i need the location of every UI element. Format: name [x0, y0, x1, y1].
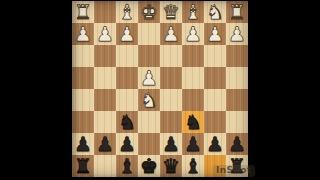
square-f3[interactable]	[116, 45, 138, 67]
square-h8[interactable]: ♜	[72, 155, 94, 177]
square-d5[interactable]	[160, 89, 182, 111]
square-a5[interactable]	[226, 89, 248, 111]
white-rook[interactable]: ♜	[74, 1, 92, 23]
square-g3[interactable]	[94, 45, 116, 67]
square-c8[interactable]: ♝	[182, 155, 204, 177]
white-bishop[interactable]: ♝	[118, 1, 136, 23]
square-a7[interactable]: ♟	[226, 133, 248, 155]
square-f1[interactable]: ♝	[116, 1, 138, 23]
square-a3[interactable]	[226, 45, 248, 67]
black-pawn[interactable]: ♟	[228, 133, 246, 155]
black-pawn[interactable]: ♟	[162, 133, 180, 155]
square-b3[interactable]	[204, 45, 226, 67]
square-d6[interactable]	[160, 111, 182, 133]
square-d3[interactable]	[160, 45, 182, 67]
white-queen[interactable]: ♛	[162, 1, 180, 23]
square-c1[interactable]: ♝	[182, 1, 204, 23]
black-pawn[interactable]: ♟	[96, 133, 114, 155]
square-f5[interactable]	[116, 89, 138, 111]
square-g6[interactable]	[94, 111, 116, 133]
square-c7[interactable]: ♟	[182, 133, 204, 155]
black-rook[interactable]: ♜	[74, 155, 92, 177]
black-knight[interactable]: ♞	[118, 111, 136, 133]
square-h1[interactable]: ♜	[72, 1, 94, 23]
square-e1[interactable]: ♚	[138, 1, 160, 23]
white-pawn[interactable]: ♟	[184, 23, 202, 45]
square-d2[interactable]: ♟	[160, 23, 182, 45]
square-c5[interactable]	[182, 89, 204, 111]
white-pawn[interactable]: ♟	[206, 23, 224, 45]
white-king[interactable]: ♚	[140, 1, 158, 23]
square-h3[interactable]	[72, 45, 94, 67]
square-h6[interactable]	[72, 111, 94, 133]
black-pawn[interactable]: ♟	[74, 133, 92, 155]
square-e3[interactable]	[138, 45, 160, 67]
square-c6[interactable]: ♞	[182, 111, 204, 133]
square-f6[interactable]: ♞	[116, 111, 138, 133]
square-f2[interactable]: ♟	[116, 23, 138, 45]
square-g1[interactable]	[94, 1, 116, 23]
black-knight[interactable]: ♞	[184, 111, 202, 133]
square-h5[interactable]	[72, 89, 94, 111]
square-e2[interactable]	[138, 23, 160, 45]
square-g7[interactable]: ♟	[94, 133, 116, 155]
square-f7[interactable]: ♟	[116, 133, 138, 155]
square-b5[interactable]	[204, 89, 226, 111]
black-rook[interactable]: ♜	[228, 155, 246, 177]
black-pawn[interactable]: ♟	[206, 133, 224, 155]
video-frame: ♜♝♚♛♝♞♜♟♟♟♟♟♟♟♟♞♞♞♟♟♟♟♟♟♟♜♝♚♛♝♜ InShot	[0, 0, 320, 180]
square-f8[interactable]: ♝	[116, 155, 138, 177]
square-e5[interactable]: ♞	[138, 89, 160, 111]
square-a1[interactable]: ♜	[226, 1, 248, 23]
black-bishop[interactable]: ♝	[184, 155, 202, 177]
square-b6[interactable]	[204, 111, 226, 133]
black-king[interactable]: ♚	[140, 155, 158, 177]
square-g8[interactable]	[94, 155, 116, 177]
black-pawn[interactable]: ♟	[118, 133, 136, 155]
white-pawn[interactable]: ♟	[96, 23, 114, 45]
white-pawn[interactable]: ♟	[118, 23, 136, 45]
square-b1[interactable]: ♞	[204, 1, 226, 23]
square-e4[interactable]: ♟	[138, 67, 160, 89]
square-g2[interactable]: ♟	[94, 23, 116, 45]
square-b8[interactable]	[204, 155, 226, 177]
square-h7[interactable]: ♟	[72, 133, 94, 155]
square-a6[interactable]	[226, 111, 248, 133]
square-b7[interactable]: ♟	[204, 133, 226, 155]
white-pawn[interactable]: ♟	[162, 23, 180, 45]
square-e8[interactable]: ♚	[138, 155, 160, 177]
square-g5[interactable]	[94, 89, 116, 111]
square-d4[interactable]	[160, 67, 182, 89]
black-bishop[interactable]: ♝	[118, 155, 136, 177]
square-b4[interactable]	[204, 67, 226, 89]
square-d8[interactable]: ♛	[160, 155, 182, 177]
square-d7[interactable]: ♟	[160, 133, 182, 155]
square-f4[interactable]	[116, 67, 138, 89]
white-pawn[interactable]: ♟	[140, 67, 158, 89]
square-c4[interactable]	[182, 67, 204, 89]
square-c2[interactable]: ♟	[182, 23, 204, 45]
white-knight[interactable]: ♞	[206, 1, 224, 23]
square-e6[interactable]	[138, 111, 160, 133]
black-queen[interactable]: ♛	[162, 155, 180, 177]
square-a8[interactable]: ♜	[226, 155, 248, 177]
white-pawn[interactable]: ♟	[228, 23, 246, 45]
square-c3[interactable]	[182, 45, 204, 67]
white-bishop[interactable]: ♝	[184, 1, 202, 23]
square-d1[interactable]: ♛	[160, 1, 182, 23]
square-h4[interactable]	[72, 67, 94, 89]
square-h2[interactable]: ♟	[72, 23, 94, 45]
chess-board: ♜♝♚♛♝♞♜♟♟♟♟♟♟♟♟♞♞♞♟♟♟♟♟♟♟♜♝♚♛♝♜	[72, 1, 248, 177]
white-knight[interactable]: ♞	[140, 89, 158, 111]
square-a2[interactable]: ♟	[226, 23, 248, 45]
square-b2[interactable]: ♟	[204, 23, 226, 45]
square-e7[interactable]	[138, 133, 160, 155]
white-rook[interactable]: ♜	[228, 1, 246, 23]
white-pawn[interactable]: ♟	[74, 23, 92, 45]
square-g4[interactable]	[94, 67, 116, 89]
square-a4[interactable]	[226, 67, 248, 89]
black-pawn[interactable]: ♟	[184, 133, 202, 155]
